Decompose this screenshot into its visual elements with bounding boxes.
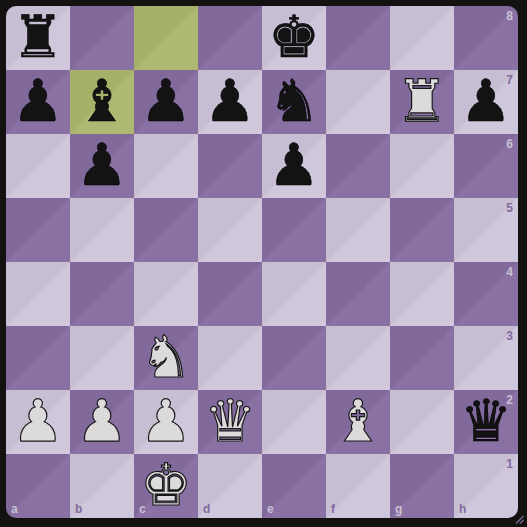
square-d1[interactable]: d [198,454,262,518]
white-king[interactable]: ♚ [140,456,192,514]
square-a6[interactable] [6,134,70,198]
square-g3[interactable] [390,326,454,390]
square-h4[interactable]: 4 [454,262,518,326]
square-e1[interactable]: e [262,454,326,518]
black-pawn[interactable]: ♟ [460,72,512,130]
file-label-e: e [267,503,274,515]
file-label-d: d [203,503,210,515]
square-b7[interactable]: ♝ [70,70,134,134]
square-d6[interactable] [198,134,262,198]
black-pawn[interactable]: ♟ [12,72,64,130]
square-e8[interactable]: ♚ [262,6,326,70]
square-a2[interactable]: ♟ [6,390,70,454]
file-label-a: a [11,503,18,515]
black-rook[interactable]: ♜ [12,8,64,66]
square-f3[interactable] [326,326,390,390]
square-g4[interactable] [390,262,454,326]
square-e4[interactable] [262,262,326,326]
square-b1[interactable]: b [70,454,134,518]
white-pawn[interactable]: ♟ [12,392,64,450]
resize-grip-icon[interactable] [512,512,525,525]
square-g2[interactable] [390,390,454,454]
square-e5[interactable] [262,198,326,262]
rank-label-3: 3 [506,330,513,342]
square-a5[interactable] [6,198,70,262]
square-h6[interactable]: 6 [454,134,518,198]
black-queen[interactable]: ♛ [460,392,512,450]
square-e3[interactable] [262,326,326,390]
file-label-f: f [331,503,335,515]
white-pawn[interactable]: ♟ [140,392,192,450]
square-h5[interactable]: 5 [454,198,518,262]
square-c7[interactable]: ♟ [134,70,198,134]
square-h1[interactable]: 1h [454,454,518,518]
rank-label-2: 2 [506,394,513,406]
square-h2[interactable]: ♛2 [454,390,518,454]
square-b6[interactable]: ♟ [70,134,134,198]
square-a3[interactable] [6,326,70,390]
black-pawn[interactable]: ♟ [140,72,192,130]
white-rook[interactable]: ♜ [396,72,448,130]
white-pawn[interactable]: ♟ [76,392,128,450]
chess-board: ♜♚8♟♝♟♟♞♜♟7♟♟654♞3♟♟♟♛♝♛2ab♚cdefg1h [6,6,518,518]
square-h3[interactable]: 3 [454,326,518,390]
square-e7[interactable]: ♞ [262,70,326,134]
square-d2[interactable]: ♛ [198,390,262,454]
file-label-h: h [459,503,466,515]
rank-label-1: 1 [506,458,513,470]
square-c1[interactable]: ♚c [134,454,198,518]
square-e6[interactable]: ♟ [262,134,326,198]
square-c2[interactable]: ♟ [134,390,198,454]
square-g5[interactable] [390,198,454,262]
square-h8[interactable]: 8 [454,6,518,70]
rank-label-8: 8 [506,10,513,22]
square-e2[interactable] [262,390,326,454]
square-d7[interactable]: ♟ [198,70,262,134]
rank-label-4: 4 [506,266,513,278]
square-d8[interactable] [198,6,262,70]
rank-label-5: 5 [506,202,513,214]
black-pawn[interactable]: ♟ [268,136,320,194]
square-f4[interactable] [326,262,390,326]
square-c8[interactable] [134,6,198,70]
square-f1[interactable]: f [326,454,390,518]
square-f5[interactable] [326,198,390,262]
square-b8[interactable] [70,6,134,70]
black-pawn[interactable]: ♟ [204,72,256,130]
rank-label-7: 7 [506,74,513,86]
square-g1[interactable]: g [390,454,454,518]
square-a1[interactable]: a [6,454,70,518]
file-label-g: g [395,503,402,515]
square-c5[interactable] [134,198,198,262]
white-knight[interactable]: ♞ [140,328,192,386]
square-f6[interactable] [326,134,390,198]
square-c3[interactable]: ♞ [134,326,198,390]
square-b5[interactable] [70,198,134,262]
square-f2[interactable]: ♝ [326,390,390,454]
square-b4[interactable] [70,262,134,326]
square-a8[interactable]: ♜ [6,6,70,70]
page-background: ♜♚8♟♝♟♟♞♜♟7♟♟654♞3♟♟♟♛♝♛2ab♚cdefg1h [0,0,527,527]
black-knight[interactable]: ♞ [268,72,320,130]
square-g8[interactable] [390,6,454,70]
square-a4[interactable] [6,262,70,326]
square-b2[interactable]: ♟ [70,390,134,454]
black-pawn[interactable]: ♟ [76,136,128,194]
square-d4[interactable] [198,262,262,326]
square-g6[interactable] [390,134,454,198]
square-d3[interactable] [198,326,262,390]
square-d5[interactable] [198,198,262,262]
white-bishop[interactable]: ♝ [332,392,384,450]
rank-label-6: 6 [506,138,513,150]
square-b3[interactable] [70,326,134,390]
black-bishop[interactable]: ♝ [76,72,128,130]
square-c6[interactable] [134,134,198,198]
square-f7[interactable] [326,70,390,134]
square-g7[interactable]: ♜ [390,70,454,134]
file-label-c: c [139,503,146,515]
file-label-b: b [75,503,82,515]
square-f8[interactable] [326,6,390,70]
square-c4[interactable] [134,262,198,326]
square-h7[interactable]: ♟7 [454,70,518,134]
square-a7[interactable]: ♟ [6,70,70,134]
black-king[interactable]: ♚ [268,8,320,66]
resize-grip-lines [516,516,524,524]
white-queen[interactable]: ♛ [204,392,256,450]
